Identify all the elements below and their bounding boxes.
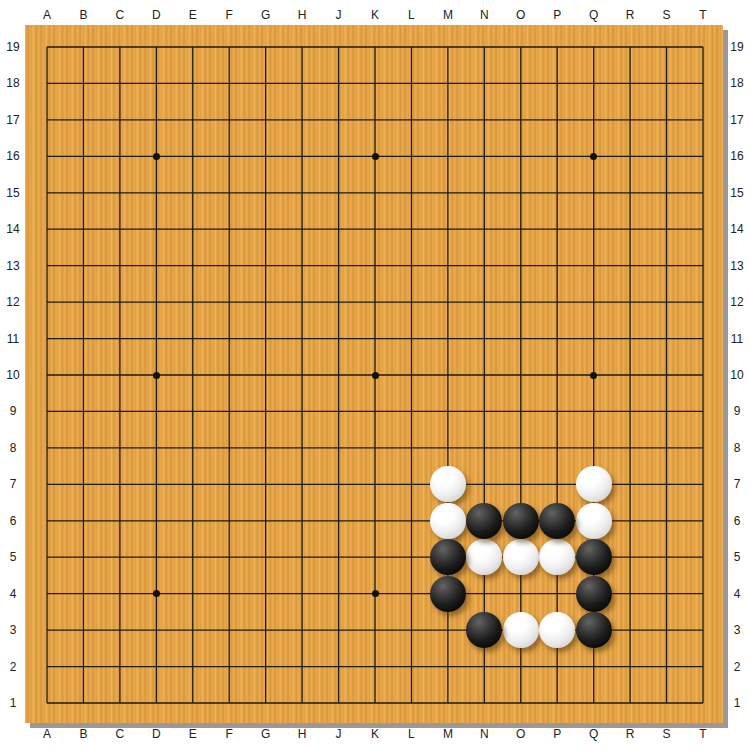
col-label-top-o: O (509, 8, 533, 22)
col-label-bottom-n: N (472, 727, 496, 741)
row-label-right-3: 3 (725, 623, 749, 637)
col-label-bottom-q: Q (582, 727, 606, 741)
col-label-bottom-b: B (71, 727, 95, 741)
white-stone-o5[interactable] (503, 539, 539, 575)
row-label-left-9: 9 (1, 404, 25, 418)
row-label-left-5: 5 (1, 550, 25, 564)
row-label-left-12: 12 (1, 295, 25, 309)
col-label-top-h: H (290, 8, 314, 22)
col-label-top-p: P (545, 8, 569, 22)
col-label-top-c: C (108, 8, 132, 22)
black-stone-q4[interactable] (576, 576, 612, 612)
black-stone-p6[interactable] (539, 503, 575, 539)
row-label-right-5: 5 (725, 550, 749, 564)
star-point-d4 (153, 590, 160, 597)
col-label-top-a: A (35, 8, 59, 22)
row-label-right-14: 14 (725, 222, 749, 236)
col-label-top-n: N (472, 8, 496, 22)
row-label-left-3: 3 (1, 623, 25, 637)
col-label-top-t: T (691, 8, 715, 22)
row-label-left-10: 10 (1, 368, 25, 382)
white-stone-q7[interactable] (576, 466, 612, 502)
col-label-bottom-r: R (618, 727, 642, 741)
go-app-window: AABBCCDDEEFFGGHHJJKKLLMMNNOOPPQQRRSSTT19… (0, 0, 750, 750)
star-point-d10 (153, 372, 160, 379)
row-label-right-7: 7 (725, 477, 749, 491)
star-point-d16 (153, 153, 160, 160)
row-label-left-1: 1 (1, 696, 25, 710)
star-point-k4 (372, 590, 379, 597)
col-label-bottom-d: D (144, 727, 168, 741)
col-label-top-b: B (71, 8, 95, 22)
row-label-right-16: 16 (725, 149, 749, 163)
black-stone-q3[interactable] (576, 612, 612, 648)
go-board[interactable] (25, 25, 723, 723)
white-stone-m7[interactable] (430, 466, 466, 502)
row-label-right-4: 4 (725, 587, 749, 601)
col-label-top-j: J (327, 8, 351, 22)
row-label-left-2: 2 (1, 660, 25, 674)
white-stone-o3[interactable] (503, 612, 539, 648)
row-label-left-18: 18 (1, 76, 25, 90)
col-label-bottom-e: E (181, 727, 205, 741)
row-label-left-4: 4 (1, 587, 25, 601)
row-label-right-6: 6 (725, 514, 749, 528)
row-label-right-2: 2 (725, 660, 749, 674)
row-label-right-9: 9 (725, 404, 749, 418)
col-label-top-s: S (655, 8, 679, 22)
star-point-k16 (372, 153, 379, 160)
row-label-right-1: 1 (725, 696, 749, 710)
col-label-bottom-o: O (509, 727, 533, 741)
row-label-left-17: 17 (1, 113, 25, 127)
row-label-left-6: 6 (1, 514, 25, 528)
col-label-top-k: K (363, 8, 387, 22)
col-label-bottom-j: J (327, 727, 351, 741)
black-stone-n6[interactable] (466, 503, 502, 539)
col-label-top-e: E (181, 8, 205, 22)
black-stone-m4[interactable] (430, 576, 466, 612)
col-label-bottom-s: S (655, 727, 679, 741)
row-label-left-13: 13 (1, 259, 25, 273)
star-point-q16 (590, 153, 597, 160)
row-label-left-15: 15 (1, 186, 25, 200)
star-point-k10 (372, 372, 379, 379)
white-stone-q6[interactable] (576, 503, 612, 539)
col-label-top-r: R (618, 8, 642, 22)
row-label-left-8: 8 (1, 441, 25, 455)
row-label-left-7: 7 (1, 477, 25, 491)
black-stone-m5[interactable] (430, 539, 466, 575)
row-label-right-10: 10 (725, 368, 749, 382)
col-label-top-g: G (254, 8, 278, 22)
black-stone-o6[interactable] (503, 503, 539, 539)
row-label-right-11: 11 (725, 332, 749, 346)
row-label-right-18: 18 (725, 76, 749, 90)
row-label-right-8: 8 (725, 441, 749, 455)
row-label-left-16: 16 (1, 149, 25, 163)
col-label-bottom-a: A (35, 727, 59, 741)
row-label-right-12: 12 (725, 295, 749, 309)
row-label-right-15: 15 (725, 186, 749, 200)
col-label-top-q: Q (582, 8, 606, 22)
row-label-left-19: 19 (1, 40, 25, 54)
col-label-bottom-k: K (363, 727, 387, 741)
col-label-bottom-p: P (545, 727, 569, 741)
row-label-right-17: 17 (725, 113, 749, 127)
col-label-top-m: M (436, 8, 460, 22)
col-label-bottom-g: G (254, 727, 278, 741)
col-label-bottom-c: C (108, 727, 132, 741)
col-label-bottom-t: T (691, 727, 715, 741)
row-label-left-14: 14 (1, 222, 25, 236)
col-label-top-d: D (144, 8, 168, 22)
star-point-q10 (590, 372, 597, 379)
col-label-bottom-h: H (290, 727, 314, 741)
col-label-bottom-l: L (399, 727, 423, 741)
col-label-top-l: L (399, 8, 423, 22)
white-stone-m6[interactable] (430, 503, 466, 539)
row-label-right-19: 19 (725, 40, 749, 54)
col-label-top-f: F (217, 8, 241, 22)
row-label-left-11: 11 (1, 332, 25, 346)
col-label-bottom-m: M (436, 727, 460, 741)
row-label-right-13: 13 (725, 259, 749, 273)
black-stone-q5[interactable] (576, 539, 612, 575)
col-label-bottom-f: F (217, 727, 241, 741)
